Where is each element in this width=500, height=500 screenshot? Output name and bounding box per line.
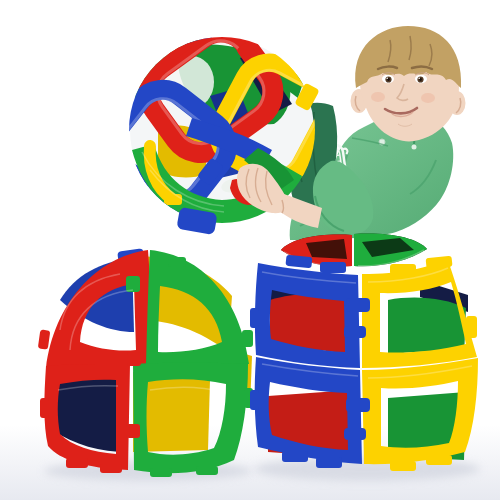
- photo-canvas: [0, 0, 500, 500]
- dome-green-top-tab: [168, 257, 186, 267]
- shirt-button: [412, 145, 417, 150]
- ball-yellow-tab: [164, 194, 182, 205]
- right-cheek: [421, 93, 435, 103]
- scene-illustration: [0, 0, 500, 500]
- left-cheek: [371, 92, 385, 102]
- dome-green-side-tab: [242, 330, 253, 347]
